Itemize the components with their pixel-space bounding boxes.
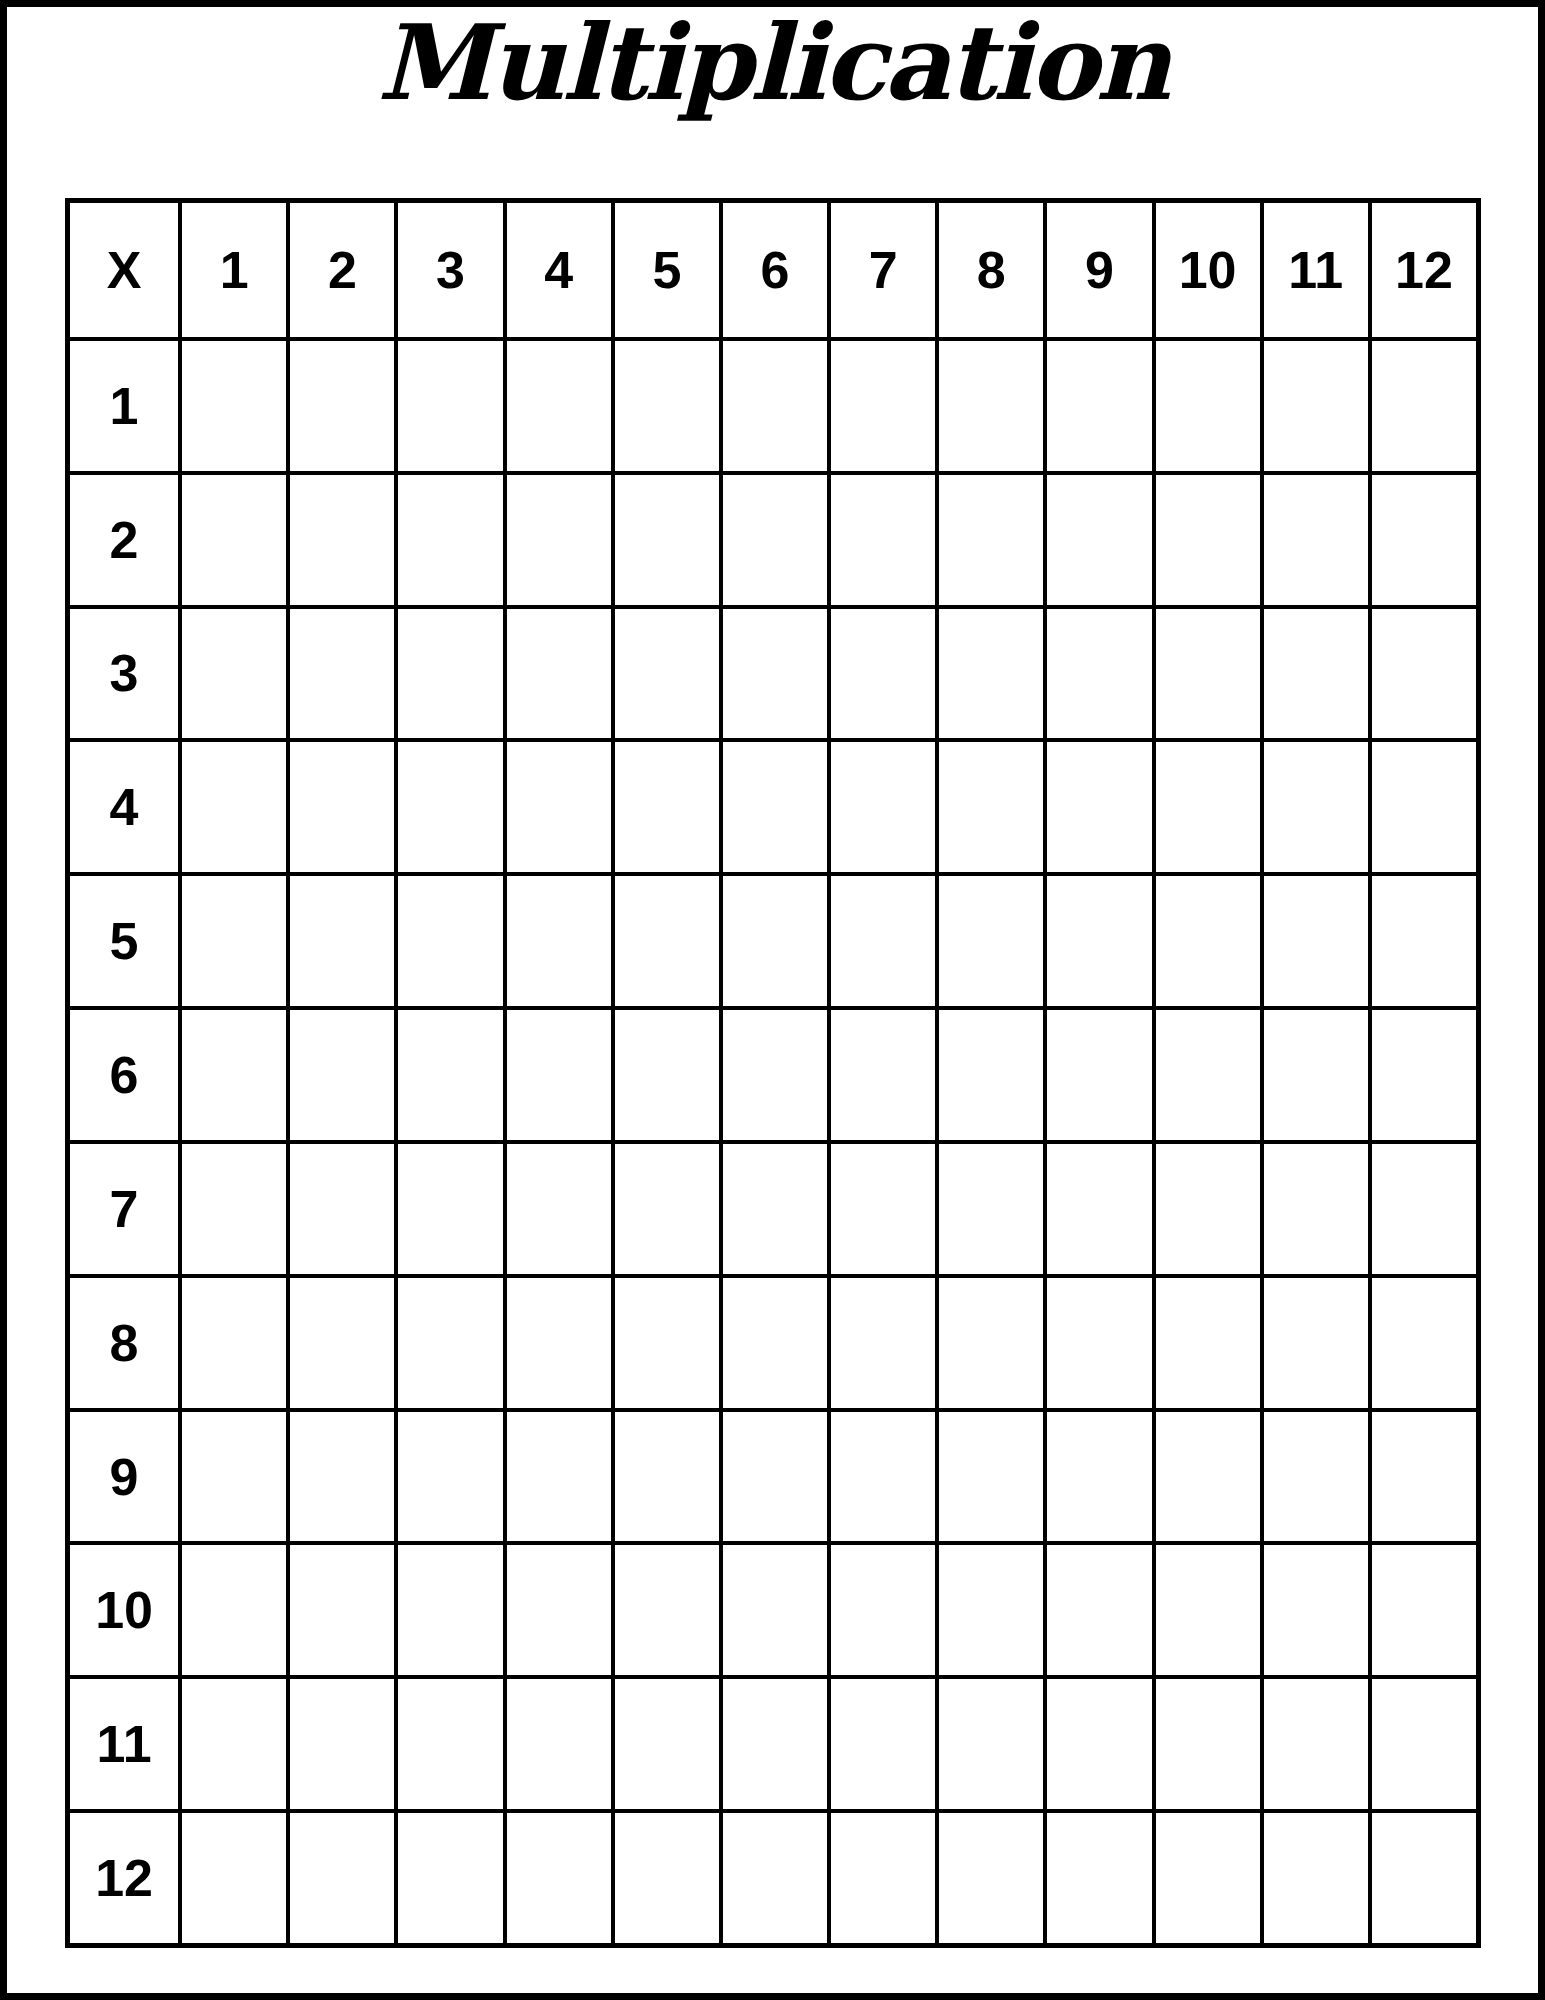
- col-header-1: 1: [178, 203, 286, 337]
- answer-cell-9x7[interactable]: [827, 1408, 935, 1542]
- answer-cell-6x2[interactable]: [286, 1006, 394, 1140]
- answer-cell-11x5[interactable]: [611, 1675, 719, 1809]
- col-header-4: 4: [503, 203, 611, 337]
- answer-cell-1x2[interactable]: [286, 337, 394, 471]
- col-header-5: 5: [611, 203, 719, 337]
- answer-cell-9x4[interactable]: [503, 1408, 611, 1542]
- answer-cell-10x8[interactable]: [935, 1541, 1043, 1675]
- answer-cell-11x2[interactable]: [286, 1675, 394, 1809]
- answer-cell-7x7[interactable]: [827, 1140, 935, 1274]
- answer-cell-5x12[interactable]: [1368, 872, 1476, 1006]
- answer-cell-12x6[interactable]: [719, 1809, 827, 1943]
- answer-cell-9x1[interactable]: [178, 1408, 286, 1542]
- answer-cell-5x3[interactable]: [394, 872, 502, 1006]
- answer-cell-3x8[interactable]: [935, 605, 1043, 739]
- answer-cell-12x3[interactable]: [394, 1809, 502, 1943]
- answer-cell-11x9[interactable]: [1043, 1675, 1151, 1809]
- worksheet-title: Multiplication: [7, 0, 1538, 133]
- answer-cell-1x11[interactable]: [1260, 337, 1368, 471]
- answer-cell-3x3[interactable]: [394, 605, 502, 739]
- answer-cell-8x9[interactable]: [1043, 1274, 1151, 1408]
- answer-cell-2x9[interactable]: [1043, 471, 1151, 605]
- answer-cell-7x3[interactable]: [394, 1140, 502, 1274]
- answer-cell-6x7[interactable]: [827, 1006, 935, 1140]
- answer-cell-11x6[interactable]: [719, 1675, 827, 1809]
- answer-cell-2x3[interactable]: [394, 471, 502, 605]
- answer-cell-10x11[interactable]: [1260, 1541, 1368, 1675]
- answer-cell-6x12[interactable]: [1368, 1006, 1476, 1140]
- answer-cell-9x3[interactable]: [394, 1408, 502, 1542]
- answer-cell-11x8[interactable]: [935, 1675, 1043, 1809]
- answer-cell-9x11[interactable]: [1260, 1408, 1368, 1542]
- answer-cell-3x2[interactable]: [286, 605, 394, 739]
- answer-cell-1x4[interactable]: [503, 337, 611, 471]
- answer-cell-3x9[interactable]: [1043, 605, 1151, 739]
- answer-cell-1x6[interactable]: [719, 337, 827, 471]
- row-header-5: 5: [70, 872, 178, 1006]
- answer-cell-4x6[interactable]: [719, 738, 827, 872]
- answer-cell-9x5[interactable]: [611, 1408, 719, 1542]
- worksheet-page: Multiplication X123456789101112123456789…: [0, 0, 1545, 2000]
- answer-cell-12x2[interactable]: [286, 1809, 394, 1943]
- answer-cell-10x10[interactable]: [1152, 1541, 1260, 1675]
- answer-cell-10x5[interactable]: [611, 1541, 719, 1675]
- answer-cell-7x5[interactable]: [611, 1140, 719, 1274]
- answer-cell-1x9[interactable]: [1043, 337, 1151, 471]
- answer-cell-5x1[interactable]: [178, 872, 286, 1006]
- answer-cell-3x1[interactable]: [178, 605, 286, 739]
- col-header-7: 7: [827, 203, 935, 337]
- row-header-6: 6: [70, 1006, 178, 1140]
- answer-cell-10x6[interactable]: [719, 1541, 827, 1675]
- answer-cell-1x3[interactable]: [394, 337, 502, 471]
- answer-cell-6x11[interactable]: [1260, 1006, 1368, 1140]
- answer-cell-5x7[interactable]: [827, 872, 935, 1006]
- corner-cell-x: X: [70, 203, 178, 337]
- answer-cell-2x5[interactable]: [611, 471, 719, 605]
- answer-cell-1x1[interactable]: [178, 337, 286, 471]
- answer-cell-2x4[interactable]: [503, 471, 611, 605]
- answer-cell-5x2[interactable]: [286, 872, 394, 1006]
- answer-cell-10x2[interactable]: [286, 1541, 394, 1675]
- col-header-11: 11: [1260, 203, 1368, 337]
- answer-cell-6x6[interactable]: [719, 1006, 827, 1140]
- answer-cell-12x1[interactable]: [178, 1809, 286, 1943]
- answer-cell-10x7[interactable]: [827, 1541, 935, 1675]
- answer-cell-12x12[interactable]: [1368, 1809, 1476, 1943]
- answer-cell-8x1[interactable]: [178, 1274, 286, 1408]
- answer-cell-3x5[interactable]: [611, 605, 719, 739]
- answer-cell-8x2[interactable]: [286, 1274, 394, 1408]
- answer-cell-7x6[interactable]: [719, 1140, 827, 1274]
- answer-cell-8x10[interactable]: [1152, 1274, 1260, 1408]
- answer-cell-10x1[interactable]: [178, 1541, 286, 1675]
- row-header-7: 7: [70, 1140, 178, 1274]
- answer-cell-10x9[interactable]: [1043, 1541, 1151, 1675]
- answer-cell-1x12[interactable]: [1368, 337, 1476, 471]
- answer-cell-7x12[interactable]: [1368, 1140, 1476, 1274]
- answer-cell-5x8[interactable]: [935, 872, 1043, 1006]
- answer-cell-2x12[interactable]: [1368, 471, 1476, 605]
- col-header-9: 9: [1043, 203, 1151, 337]
- answer-cell-3x12[interactable]: [1368, 605, 1476, 739]
- answer-cell-5x6[interactable]: [719, 872, 827, 1006]
- answer-cell-2x6[interactable]: [719, 471, 827, 605]
- answer-cell-9x6[interactable]: [719, 1408, 827, 1542]
- answer-cell-10x3[interactable]: [394, 1541, 502, 1675]
- answer-cell-4x8[interactable]: [935, 738, 1043, 872]
- answer-cell-3x10[interactable]: [1152, 605, 1260, 739]
- answer-cell-12x5[interactable]: [611, 1809, 719, 1943]
- answer-cell-6x4[interactable]: [503, 1006, 611, 1140]
- answer-cell-11x12[interactable]: [1368, 1675, 1476, 1809]
- answer-cell-6x5[interactable]: [611, 1006, 719, 1140]
- answer-cell-1x8[interactable]: [935, 337, 1043, 471]
- answer-cell-12x8[interactable]: [935, 1809, 1043, 1943]
- answer-cell-9x10[interactable]: [1152, 1408, 1260, 1542]
- answer-cell-3x4[interactable]: [503, 605, 611, 739]
- answer-cell-3x6[interactable]: [719, 605, 827, 739]
- answer-cell-8x11[interactable]: [1260, 1274, 1368, 1408]
- row-header-3: 3: [70, 605, 178, 739]
- answer-cell-7x2[interactable]: [286, 1140, 394, 1274]
- answer-cell-8x4[interactable]: [503, 1274, 611, 1408]
- answer-cell-7x4[interactable]: [503, 1140, 611, 1274]
- row-header-9: 9: [70, 1408, 178, 1542]
- col-header-2: 2: [286, 203, 394, 337]
- answer-cell-12x10[interactable]: [1152, 1809, 1260, 1943]
- answer-cell-12x9[interactable]: [1043, 1809, 1151, 1943]
- answer-cell-5x5[interactable]: [611, 872, 719, 1006]
- answer-cell-9x2[interactable]: [286, 1408, 394, 1542]
- multiplication-grid: X123456789101112123456789101112: [65, 198, 1481, 1948]
- answer-cell-4x11[interactable]: [1260, 738, 1368, 872]
- answer-cell-5x10[interactable]: [1152, 872, 1260, 1006]
- answer-cell-1x10[interactable]: [1152, 337, 1260, 471]
- answer-cell-7x9[interactable]: [1043, 1140, 1151, 1274]
- answer-cell-8x12[interactable]: [1368, 1274, 1476, 1408]
- row-header-12: 12: [70, 1809, 178, 1943]
- answer-cell-5x11[interactable]: [1260, 872, 1368, 1006]
- answer-cell-8x5[interactable]: [611, 1274, 719, 1408]
- answer-cell-11x7[interactable]: [827, 1675, 935, 1809]
- answer-cell-4x9[interactable]: [1043, 738, 1151, 872]
- answer-cell-11x1[interactable]: [178, 1675, 286, 1809]
- row-header-1: 1: [70, 337, 178, 471]
- answer-cell-3x7[interactable]: [827, 605, 935, 739]
- answer-cell-9x12[interactable]: [1368, 1408, 1476, 1542]
- row-header-10: 10: [70, 1541, 178, 1675]
- answer-cell-4x4[interactable]: [503, 738, 611, 872]
- answer-cell-2x8[interactable]: [935, 471, 1043, 605]
- answer-cell-4x12[interactable]: [1368, 738, 1476, 872]
- answer-cell-8x3[interactable]: [394, 1274, 502, 1408]
- answer-cell-4x3[interactable]: [394, 738, 502, 872]
- answer-cell-2x10[interactable]: [1152, 471, 1260, 605]
- answer-cell-7x8[interactable]: [935, 1140, 1043, 1274]
- answer-cell-10x4[interactable]: [503, 1541, 611, 1675]
- answer-cell-8x8[interactable]: [935, 1274, 1043, 1408]
- row-header-11: 11: [70, 1675, 178, 1809]
- answer-cell-5x9[interactable]: [1043, 872, 1151, 1006]
- answer-cell-8x7[interactable]: [827, 1274, 935, 1408]
- answer-cell-12x4[interactable]: [503, 1809, 611, 1943]
- row-header-4: 4: [70, 738, 178, 872]
- answer-cell-6x10[interactable]: [1152, 1006, 1260, 1140]
- answer-cell-6x3[interactable]: [394, 1006, 502, 1140]
- answer-cell-2x11[interactable]: [1260, 471, 1368, 605]
- answer-cell-4x10[interactable]: [1152, 738, 1260, 872]
- answer-cell-2x7[interactable]: [827, 471, 935, 605]
- answer-cell-12x11[interactable]: [1260, 1809, 1368, 1943]
- answer-cell-6x1[interactable]: [178, 1006, 286, 1140]
- answer-cell-4x7[interactable]: [827, 738, 935, 872]
- answer-cell-4x5[interactable]: [611, 738, 719, 872]
- answer-cell-9x9[interactable]: [1043, 1408, 1151, 1542]
- answer-cell-11x11[interactable]: [1260, 1675, 1368, 1809]
- answer-cell-1x7[interactable]: [827, 337, 935, 471]
- col-header-12: 12: [1368, 203, 1476, 337]
- col-header-3: 3: [394, 203, 502, 337]
- row-header-2: 2: [70, 471, 178, 605]
- answer-cell-4x2[interactable]: [286, 738, 394, 872]
- answer-cell-5x4[interactable]: [503, 872, 611, 1006]
- answer-cell-7x1[interactable]: [178, 1140, 286, 1274]
- row-header-8: 8: [70, 1274, 178, 1408]
- answer-cell-6x8[interactable]: [935, 1006, 1043, 1140]
- answer-cell-2x2[interactable]: [286, 471, 394, 605]
- answer-cell-6x9[interactable]: [1043, 1006, 1151, 1140]
- col-header-10: 10: [1152, 203, 1260, 337]
- answer-cell-11x3[interactable]: [394, 1675, 502, 1809]
- answer-cell-11x10[interactable]: [1152, 1675, 1260, 1809]
- answer-cell-9x8[interactable]: [935, 1408, 1043, 1542]
- answer-cell-1x5[interactable]: [611, 337, 719, 471]
- answer-cell-11x4[interactable]: [503, 1675, 611, 1809]
- answer-cell-7x10[interactable]: [1152, 1140, 1260, 1274]
- answer-cell-3x11[interactable]: [1260, 605, 1368, 739]
- answer-cell-4x1[interactable]: [178, 738, 286, 872]
- answer-cell-7x11[interactable]: [1260, 1140, 1368, 1274]
- answer-cell-2x1[interactable]: [178, 471, 286, 605]
- answer-cell-8x6[interactable]: [719, 1274, 827, 1408]
- answer-cell-12x7[interactable]: [827, 1809, 935, 1943]
- col-header-6: 6: [719, 203, 827, 337]
- col-header-8: 8: [935, 203, 1043, 337]
- answer-cell-10x12[interactable]: [1368, 1541, 1476, 1675]
